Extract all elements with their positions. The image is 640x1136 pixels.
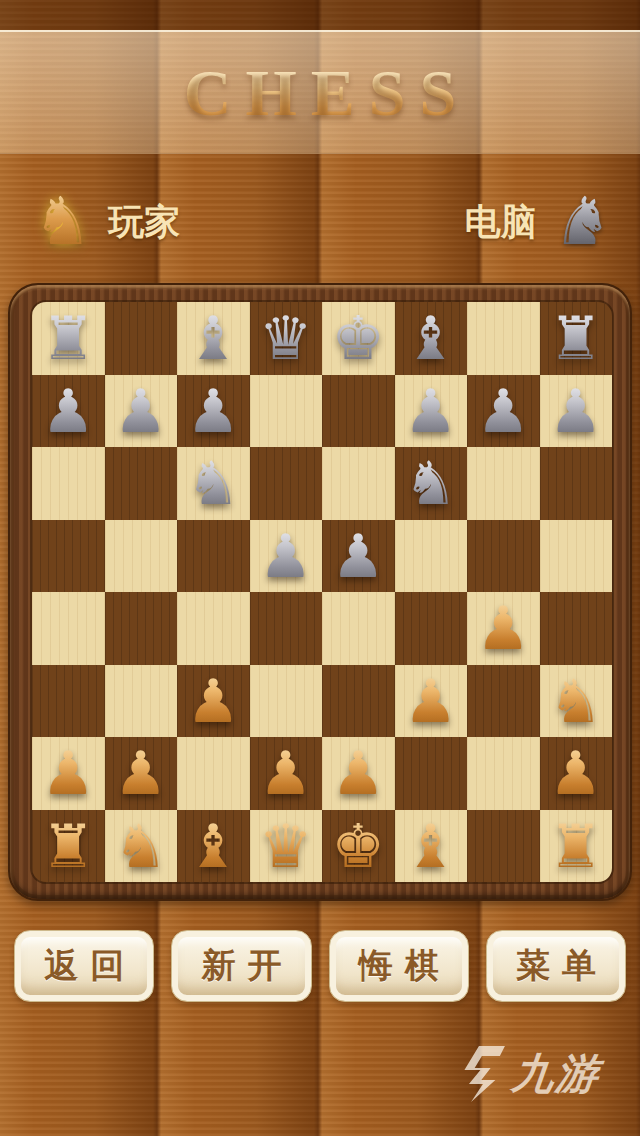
square-e7[interactable]	[322, 375, 395, 448]
square-f8[interactable]: ♝	[395, 302, 468, 375]
piece-black-pawn: ♟	[331, 520, 385, 592]
piece-white-pawn: ♟	[114, 737, 168, 809]
back-button[interactable]: 返回	[14, 930, 154, 1002]
square-h2[interactable]: ♟	[540, 737, 613, 810]
piece-black-queen: ♛	[259, 302, 313, 374]
piece-white-pawn: ♟	[404, 665, 458, 737]
board-frame: ♜♝♛♚♝♜♟♟♟♟♟♟♞♞♟♟♟♟♟♞♟♟♟♟♟♜♞♝♛♚♝♜	[8, 283, 632, 901]
piece-white-knight: ♞	[549, 665, 603, 737]
piece-black-pawn: ♟	[259, 520, 313, 592]
piece-black-king: ♚	[331, 302, 385, 374]
player-label: 玩家	[108, 198, 180, 247]
square-e8[interactable]: ♚	[322, 302, 395, 375]
square-g7[interactable]: ♟	[467, 375, 540, 448]
square-h6[interactable]	[540, 447, 613, 520]
piece-white-rook: ♜	[41, 810, 95, 882]
square-f5[interactable]	[395, 520, 468, 593]
square-d1[interactable]: ♛	[250, 810, 323, 883]
app-title: CHESS	[170, 55, 470, 131]
square-c2[interactable]	[177, 737, 250, 810]
square-b3[interactable]	[105, 665, 178, 738]
jiuyou-logo-text: 九游	[509, 1046, 603, 1102]
square-g8[interactable]	[467, 302, 540, 375]
back-button-label: 返回	[32, 943, 136, 989]
piece-black-pawn: ♟	[476, 375, 530, 447]
square-b1[interactable]: ♞	[105, 810, 178, 883]
menu-button[interactable]: 菜单	[486, 930, 626, 1002]
computer-label: 电脑	[465, 198, 537, 247]
top-status-strip	[0, 0, 640, 30]
piece-white-pawn: ♟	[549, 737, 603, 809]
chess-board[interactable]: ♜♝♛♚♝♜♟♟♟♟♟♟♞♞♟♟♟♟♟♞♟♟♟♟♟♜♞♝♛♚♝♜	[32, 302, 612, 882]
piece-white-bishop: ♝	[404, 810, 458, 882]
jiuyou-logo-icon	[459, 1046, 509, 1102]
square-c7[interactable]: ♟	[177, 375, 250, 448]
undo-button-label: 悔棋	[347, 943, 451, 989]
square-a1[interactable]: ♜	[32, 810, 105, 883]
piece-black-pawn: ♟	[404, 375, 458, 447]
piece-white-bishop: ♝	[186, 810, 240, 882]
square-h3[interactable]: ♞	[540, 665, 613, 738]
new-game-button-label: 新开	[189, 943, 293, 989]
piece-black-pawn: ♟	[549, 375, 603, 447]
square-f3[interactable]: ♟	[395, 665, 468, 738]
players-row: ♞ 玩家 电脑 ♞	[0, 186, 640, 258]
square-h1[interactable]: ♜	[540, 810, 613, 883]
piece-white-pawn: ♟	[331, 737, 385, 809]
square-f4[interactable]	[395, 592, 468, 665]
square-e4[interactable]	[322, 592, 395, 665]
square-b8[interactable]	[105, 302, 178, 375]
square-h4[interactable]	[540, 592, 613, 665]
piece-black-bishop: ♝	[186, 302, 240, 374]
square-a7[interactable]: ♟	[32, 375, 105, 448]
square-h5[interactable]	[540, 520, 613, 593]
title-banner: CHESS	[0, 30, 640, 154]
piece-white-pawn: ♟	[41, 737, 95, 809]
square-b7[interactable]: ♟	[105, 375, 178, 448]
square-d4[interactable]	[250, 592, 323, 665]
square-c5[interactable]	[177, 520, 250, 593]
toolbar: 返回 新开 悔棋 菜单	[0, 930, 640, 1002]
gold-knight-icon: ♞	[33, 186, 92, 258]
piece-black-pawn: ♟	[41, 375, 95, 447]
piece-black-rook: ♜	[41, 302, 95, 374]
silver-knight-icon: ♞	[553, 186, 612, 258]
square-g3[interactable]	[467, 665, 540, 738]
square-d3[interactable]	[250, 665, 323, 738]
square-g2[interactable]	[467, 737, 540, 810]
square-e3[interactable]	[322, 665, 395, 738]
square-g6[interactable]	[467, 447, 540, 520]
square-f2[interactable]	[395, 737, 468, 810]
computer-panel: 电脑 ♞	[465, 186, 612, 258]
square-e2[interactable]: ♟	[322, 737, 395, 810]
piece-black-rook: ♜	[549, 302, 603, 374]
square-b2[interactable]: ♟	[105, 737, 178, 810]
square-f6[interactable]: ♞	[395, 447, 468, 520]
square-d5[interactable]: ♟	[250, 520, 323, 593]
square-b4[interactable]	[105, 592, 178, 665]
jiuyou-watermark: 九游	[459, 1042, 604, 1106]
square-b6[interactable]	[105, 447, 178, 520]
square-a3[interactable]	[32, 665, 105, 738]
square-a4[interactable]	[32, 592, 105, 665]
piece-black-knight: ♞	[186, 447, 240, 519]
square-g4[interactable]: ♟	[467, 592, 540, 665]
undo-button[interactable]: 悔棋	[329, 930, 469, 1002]
square-c8[interactable]: ♝	[177, 302, 250, 375]
menu-button-label: 菜单	[504, 943, 608, 989]
square-b5[interactable]	[105, 520, 178, 593]
square-c3[interactable]: ♟	[177, 665, 250, 738]
square-c4[interactable]	[177, 592, 250, 665]
square-e1[interactable]: ♚	[322, 810, 395, 883]
piece-white-rook: ♜	[549, 810, 603, 882]
piece-black-bishop: ♝	[404, 302, 458, 374]
square-a2[interactable]: ♟	[32, 737, 105, 810]
square-g1[interactable]	[467, 810, 540, 883]
player-panel: ♞ 玩家	[33, 186, 180, 258]
square-d6[interactable]	[250, 447, 323, 520]
square-c6[interactable]: ♞	[177, 447, 250, 520]
square-c1[interactable]: ♝	[177, 810, 250, 883]
piece-white-king: ♚	[331, 810, 385, 882]
square-a6[interactable]	[32, 447, 105, 520]
square-f7[interactable]: ♟	[395, 375, 468, 448]
piece-white-pawn: ♟	[186, 665, 240, 737]
piece-white-pawn: ♟	[476, 592, 530, 664]
square-a8[interactable]: ♜	[32, 302, 105, 375]
piece-black-pawn: ♟	[186, 375, 240, 447]
piece-black-pawn: ♟	[114, 375, 168, 447]
piece-white-queen: ♛	[259, 810, 313, 882]
piece-black-knight: ♞	[404, 447, 458, 519]
square-d8[interactable]: ♛	[250, 302, 323, 375]
square-e5[interactable]: ♟	[322, 520, 395, 593]
piece-white-knight: ♞	[114, 810, 168, 882]
square-d7[interactable]	[250, 375, 323, 448]
square-f1[interactable]: ♝	[395, 810, 468, 883]
square-h7[interactable]: ♟	[540, 375, 613, 448]
square-d2[interactable]: ♟	[250, 737, 323, 810]
square-e6[interactable]	[322, 447, 395, 520]
square-g5[interactable]	[467, 520, 540, 593]
new-game-button[interactable]: 新开	[171, 930, 311, 1002]
square-a5[interactable]	[32, 520, 105, 593]
piece-white-pawn: ♟	[259, 737, 313, 809]
square-h8[interactable]: ♜	[540, 302, 613, 375]
